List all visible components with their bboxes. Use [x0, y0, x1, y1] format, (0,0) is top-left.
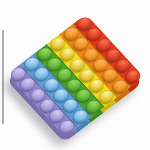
photo-background — [0, 0, 150, 150]
pop-it-toy — [0, 0, 150, 150]
toy-top-face — [7, 14, 144, 137]
